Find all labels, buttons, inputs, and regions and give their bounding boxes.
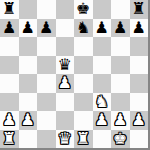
- square-b5[interactable]: [19, 56, 38, 75]
- piece-black-pawn: ♟: [2, 20, 16, 36]
- square-a8[interactable]: ♜: [0, 0, 19, 19]
- square-c7[interactable]: ♟: [37, 19, 56, 38]
- piece-white-pawn: ♟: [132, 112, 146, 128]
- piece-white-pawn: ♟: [58, 75, 72, 91]
- piece-black-rook: ♜: [132, 1, 146, 17]
- piece-black-pawn: ♟: [113, 20, 127, 36]
- square-a6[interactable]: [0, 37, 19, 56]
- piece-white-pawn: ♟: [2, 112, 16, 128]
- chess-board: ♜♚♜♟♟♟♞♟♟♟♛♟♞♟♟♟♟♟♜♛♜♚: [0, 0, 150, 150]
- square-e1[interactable]: ♜: [74, 130, 93, 149]
- square-e6[interactable]: [74, 37, 93, 56]
- square-a1[interactable]: ♜: [0, 130, 19, 149]
- square-d2[interactable]: [56, 111, 75, 130]
- piece-black-pawn: ♟: [21, 20, 35, 36]
- square-b7[interactable]: ♟: [19, 19, 38, 38]
- square-g5[interactable]: [111, 56, 130, 75]
- square-d1[interactable]: ♛: [56, 130, 75, 149]
- square-a4[interactable]: [0, 74, 19, 93]
- piece-black-knight: ♞: [76, 20, 90, 36]
- square-b1[interactable]: [19, 130, 38, 149]
- piece-white-pawn: ♟: [95, 112, 109, 128]
- square-g1[interactable]: ♚: [111, 130, 130, 149]
- square-g6[interactable]: [111, 37, 130, 56]
- square-d3[interactable]: [56, 93, 75, 112]
- square-g8[interactable]: [111, 0, 130, 19]
- square-f3[interactable]: ♞: [93, 93, 112, 112]
- square-h7[interactable]: ♟: [130, 19, 149, 38]
- square-c2[interactable]: [37, 111, 56, 130]
- square-f4[interactable]: [93, 74, 112, 93]
- square-g2[interactable]: ♟: [111, 111, 130, 130]
- square-b3[interactable]: [19, 93, 38, 112]
- square-e8[interactable]: ♚: [74, 0, 93, 19]
- square-b8[interactable]: [19, 0, 38, 19]
- square-f6[interactable]: [93, 37, 112, 56]
- piece-black-pawn: ♟: [39, 20, 53, 36]
- square-c1[interactable]: [37, 130, 56, 149]
- piece-black-queen: ♛: [58, 57, 72, 73]
- square-d8[interactable]: [56, 0, 75, 19]
- square-c3[interactable]: [37, 93, 56, 112]
- square-c5[interactable]: [37, 56, 56, 75]
- square-c4[interactable]: [37, 74, 56, 93]
- square-h1[interactable]: [130, 130, 149, 149]
- piece-black-pawn: ♟: [95, 20, 109, 36]
- square-a3[interactable]: [0, 93, 19, 112]
- square-d5[interactable]: ♛: [56, 56, 75, 75]
- square-h2[interactable]: ♟: [130, 111, 149, 130]
- piece-black-rook: ♜: [2, 1, 16, 17]
- square-c6[interactable]: [37, 37, 56, 56]
- square-d4[interactable]: ♟: [56, 74, 75, 93]
- square-c8[interactable]: [37, 0, 56, 19]
- square-b6[interactable]: [19, 37, 38, 56]
- square-h5[interactable]: [130, 56, 149, 75]
- square-e3[interactable]: [74, 93, 93, 112]
- square-a5[interactable]: [0, 56, 19, 75]
- square-h4[interactable]: [130, 74, 149, 93]
- piece-white-pawn: ♟: [21, 112, 35, 128]
- piece-black-pawn: ♟: [132, 20, 146, 36]
- square-f1[interactable]: [93, 130, 112, 149]
- square-e2[interactable]: [74, 111, 93, 130]
- piece-white-pawn: ♟: [113, 112, 127, 128]
- square-g3[interactable]: [111, 93, 130, 112]
- square-a7[interactable]: ♟: [0, 19, 19, 38]
- square-d6[interactable]: [56, 37, 75, 56]
- square-f5[interactable]: [93, 56, 112, 75]
- square-f2[interactable]: ♟: [93, 111, 112, 130]
- piece-white-rook: ♜: [2, 131, 16, 147]
- square-b4[interactable]: [19, 74, 38, 93]
- piece-black-king: ♚: [76, 1, 90, 17]
- square-f8[interactable]: [93, 0, 112, 19]
- square-e4[interactable]: [74, 74, 93, 93]
- square-h8[interactable]: ♜: [130, 0, 149, 19]
- square-e7[interactable]: ♞: [74, 19, 93, 38]
- piece-white-queen: ♛: [58, 131, 72, 147]
- square-g7[interactable]: ♟: [111, 19, 130, 38]
- square-a2[interactable]: ♟: [0, 111, 19, 130]
- square-g4[interactable]: [111, 74, 130, 93]
- square-d7[interactable]: [56, 19, 75, 38]
- piece-white-rook: ♜: [76, 131, 90, 147]
- square-f7[interactable]: ♟: [93, 19, 112, 38]
- piece-white-knight: ♞: [95, 94, 109, 110]
- square-h6[interactable]: [130, 37, 149, 56]
- square-b2[interactable]: ♟: [19, 111, 38, 130]
- square-e5[interactable]: [74, 56, 93, 75]
- piece-white-king: ♚: [113, 131, 127, 147]
- square-h3[interactable]: [130, 93, 149, 112]
